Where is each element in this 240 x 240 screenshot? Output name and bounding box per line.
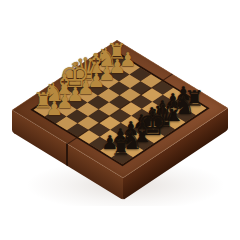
piece-glyph: ♜: [111, 137, 131, 159]
board-frame: ♜♞♝♛♚♝♞♜♟♟♟♟♟♟♟♟♟♟♟♟♟♟♟♟♜♞♝♛♚♝♞♜: [12, 40, 228, 178]
piece-glyph: ♟: [46, 99, 63, 118]
chess-set-photo: Antique folding mahogany chess board wit…: [0, 0, 240, 240]
square-h8: ♜: [111, 150, 133, 164]
hinge-seam: [66, 143, 68, 166]
